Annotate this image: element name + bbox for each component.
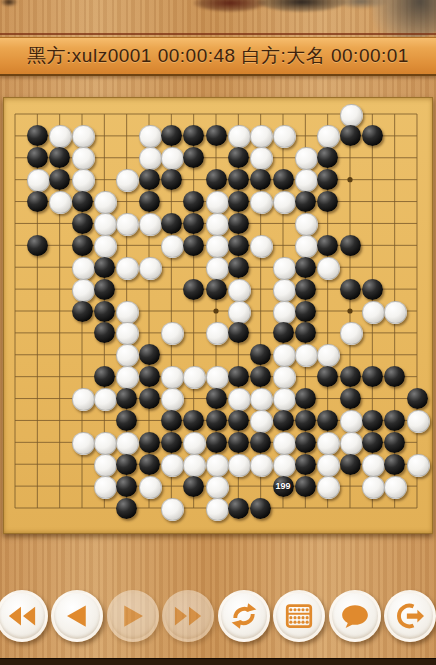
white-stone [72,257,95,280]
white-stone [72,432,95,455]
black-stone [183,213,204,234]
white-stone [161,147,184,170]
white-stone [273,366,296,389]
black-stone [250,498,271,519]
white-stone [340,410,363,433]
white-stone [273,191,296,214]
abacus-icon [284,601,314,631]
black-stone [295,257,316,278]
white-stone [94,213,117,236]
black-stone [72,235,93,256]
black-stone [206,432,227,453]
step-forward-icon [118,601,148,631]
white-stone [139,147,162,170]
black-stone [228,257,249,278]
white-stone [407,410,430,433]
black-stone [295,476,316,497]
white-stone [139,125,162,148]
black-stone [161,213,182,234]
black-stone [384,454,405,475]
black-stone [27,191,48,212]
black-stone [183,235,204,256]
black-stone [362,432,383,453]
white-stone [317,454,340,477]
white-stone [362,476,385,499]
white-stone [94,191,117,214]
white-stone [206,454,229,477]
white-stone [295,147,318,170]
white-stone [116,257,139,280]
black-stone [295,410,316,431]
go-board[interactable]: 199 [3,97,433,534]
white-stone [94,454,117,477]
black-stone [317,410,338,431]
white-stone [161,454,184,477]
exit-icon [395,601,425,631]
white-stone [273,301,296,324]
chat-bubble-icon [340,601,370,631]
black-stone [362,366,383,387]
white-stone [206,213,229,236]
black-stone [139,432,160,453]
white-stone [116,301,139,324]
bottom-toolbar [0,588,436,648]
players-and-clocks-text: 黑方:xulz0001 00:00:48 白方:大名 00:00:01 [27,43,409,69]
white-stone [183,432,206,455]
black-stone [116,498,137,519]
white-stone [340,432,363,455]
black-stone [228,191,249,212]
header-divider-line [0,33,436,35]
black-stone [139,366,160,387]
white-stone [139,476,162,499]
black-stone [116,410,137,431]
black-stone [250,432,271,453]
black-stone [206,279,227,300]
black-stone [139,388,160,409]
white-stone [206,322,229,345]
step-forward-button [107,590,159,642]
black-stone [139,344,160,365]
black-stone [72,213,93,234]
black-stone [295,388,316,409]
black-stone [183,410,204,431]
step-back-button[interactable] [51,590,103,642]
white-stone [317,257,340,280]
white-stone [94,235,117,258]
black-stone [183,476,204,497]
refresh-button[interactable] [218,590,270,642]
white-stone [384,476,407,499]
black-stone [295,432,316,453]
black-stone [72,191,93,212]
black-stone [384,432,405,453]
white-stone [273,125,296,148]
white-stone [228,301,251,324]
black-stone [139,454,160,475]
black-stone [295,191,316,212]
black-stone [340,388,361,409]
white-stone [94,476,117,499]
step-back-icon [62,601,92,631]
black-stone [139,191,160,212]
game-info-bar: 黑方:xulz0001 00:00:48 白方:大名 00:00:01 [0,37,436,76]
chat-button[interactable] [329,590,381,642]
white-stone [161,388,184,411]
black-stone [228,169,249,190]
black-stone [340,279,361,300]
white-stone [340,322,363,345]
white-stone [362,454,385,477]
black-stone [384,410,405,431]
black-stone [206,169,227,190]
white-stone [94,388,117,411]
white-stone [206,498,229,521]
white-stone [161,366,184,389]
white-stone [183,454,206,477]
rewind-to-start-button[interactable] [0,590,48,642]
last-move-number: 199 [273,476,294,497]
black-stone [340,366,361,387]
white-stone [139,257,162,280]
white-stone [116,213,139,236]
white-stone [273,432,296,455]
black-stone [317,235,338,256]
white-stone [273,257,296,280]
white-stone [295,235,318,258]
black-stone [273,410,294,431]
white-stone [72,147,95,170]
black-stone [206,125,227,146]
fast-forward-icon [173,601,203,631]
black-stone [362,410,383,431]
black-stone [228,213,249,234]
black-stone [295,279,316,300]
black-stone [27,147,48,168]
black-stone [295,454,316,475]
white-stone [139,213,162,236]
white-stone [250,410,273,433]
black-stone [273,322,294,343]
black-stone [228,432,249,453]
white-stone [72,125,95,148]
black-stone: 199 [273,476,294,497]
fast-forward-button [162,590,214,642]
white-stone [273,344,296,367]
white-stone [250,235,273,258]
black-stone [206,410,227,431]
count-score-button[interactable] [273,590,325,642]
white-stone [340,104,363,127]
black-stone [27,235,48,256]
white-stone [206,257,229,280]
rewind-icon [7,601,37,631]
white-stone [362,301,385,324]
white-stone [228,454,251,477]
black-stone [94,366,115,387]
black-stone [228,410,249,431]
white-stone [206,191,229,214]
white-stone [94,432,117,455]
black-stone [116,454,137,475]
black-stone [94,257,115,278]
black-stone [228,366,249,387]
black-stone [295,301,316,322]
exit-button[interactable] [384,590,436,642]
black-stone [72,301,93,322]
white-stone [384,301,407,324]
white-stone [273,454,296,477]
refresh-icon [229,601,259,631]
black-stone [273,169,294,190]
black-stone [161,410,182,431]
black-stone [94,301,115,322]
white-stone [295,213,318,236]
white-stone [407,454,430,477]
white-stone [27,169,50,192]
black-stone [362,279,383,300]
white-stone [116,432,139,455]
white-stone [295,344,318,367]
white-stone [317,432,340,455]
white-stone [206,476,229,499]
black-stone [340,454,361,475]
white-stone [72,388,95,411]
white-stone [161,498,184,521]
black-stone [228,235,249,256]
black-stone [407,388,428,409]
white-stone [72,279,95,302]
black-stone [228,147,249,168]
black-stone [206,388,227,409]
black-stone [183,279,204,300]
black-stone [94,279,115,300]
white-stone [228,388,251,411]
white-stone [295,169,318,192]
bottom-bezel [0,658,436,665]
white-stone [273,279,296,302]
black-stone [340,125,361,146]
white-stone [72,169,95,192]
white-stone [317,476,340,499]
white-stone [228,279,251,302]
black-stone [340,235,361,256]
black-stone [139,169,160,190]
black-stone [228,498,249,519]
white-stone [206,366,229,389]
black-stone [161,169,182,190]
white-stone [273,388,296,411]
white-stone [250,454,273,477]
black-stone [116,476,137,497]
white-stone [206,235,229,258]
black-stone [161,432,182,453]
white-stone [161,235,184,258]
